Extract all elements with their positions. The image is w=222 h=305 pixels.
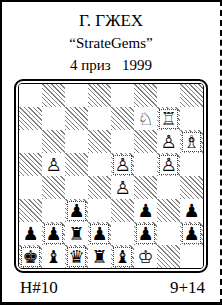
piece-black-queen-c1: ♛ [67,247,86,267]
piece-white-pawn-e4: ♙ [114,179,130,197]
square-c1: ♛ [65,245,88,268]
problem-footer: H#10 9+14 [2,273,220,298]
piece-black-pawn-f2: ♟ [136,224,155,244]
square-f2: ♟ [134,222,157,245]
piece-white-pawn-g5: ♙ [159,155,178,175]
square-c6 [65,130,88,153]
square-d6 [88,130,111,153]
piece-white-bishop-h6: ♗ [182,132,201,152]
square-a8 [19,84,42,107]
piece-white-pawn-g6: ♙ [160,133,176,151]
square-a5 [19,153,42,176]
square-f1: ♔ [134,245,157,268]
square-b1: ♝ [42,245,65,268]
piece-black-pawn-d2: ♟ [90,224,109,244]
square-e1: ♝ [111,245,134,268]
piece-white-king-f1: ♔ [137,248,153,266]
piece-black-rook-c2: ♜ [68,225,84,243]
stipulation: H#10 [20,278,58,298]
chess-board: ♘♖♙♗♙♙♙♙♟♟♟♟♟♜♟♟♟♚♝♛♜♝♔ [19,84,203,268]
square-g8 [157,84,180,107]
square-f5 [134,153,157,176]
square-a2: ♟ [19,222,42,245]
square-h1 [180,245,203,268]
square-h6: ♗ [180,130,203,153]
square-d1: ♜ [88,245,111,268]
square-a3 [19,199,42,222]
square-c7 [65,107,88,130]
square-h7 [180,107,203,130]
square-d2: ♟ [88,222,111,245]
material-count: 9+14 [170,278,205,298]
square-b2: ♟ [42,222,65,245]
square-e3 [111,199,134,222]
square-b3 [42,199,65,222]
square-b4 [42,176,65,199]
square-d4 [88,176,111,199]
square-b8 [42,84,65,107]
square-e2 [111,222,134,245]
square-g6: ♙ [157,130,180,153]
square-h4 [180,176,203,199]
square-b5: ♙ [42,153,65,176]
square-h2: ♟ [180,222,203,245]
square-g1 [157,245,180,268]
square-a6 [19,130,42,153]
piece-white-rook-g7: ♖ [159,109,178,129]
square-e6 [111,130,134,153]
square-b6 [42,130,65,153]
piece-white-pawn-e5: ♙ [113,155,132,175]
piece-black-bishop-e1: ♝ [113,247,132,267]
square-d7 [88,107,111,130]
square-d5 [88,153,111,176]
source-title: “StrateGems” [2,32,220,54]
square-f4 [134,176,157,199]
piece-black-king-a1: ♚ [21,247,40,267]
square-g3 [157,199,180,222]
piece-black-pawn-h2: ♟ [182,224,201,244]
author-name: Г. ГЖЕХ [2,9,220,32]
piece-black-bishop-b1: ♝ [45,248,61,266]
square-e4: ♙ [111,176,134,199]
problem-card: Г. ГЖЕХ “StrateGems” 4 приз 1999 ♘♖♙♗♙♙♙… [0,0,222,305]
piece-black-rook-d1: ♜ [91,248,107,266]
piece-black-pawn-h3: ♟ [183,202,199,220]
square-c4 [65,176,88,199]
square-c8 [65,84,88,107]
award-year: 4 приз 1999 [2,54,220,76]
square-f6 [134,130,157,153]
square-d8 [88,84,111,107]
square-h8 [180,84,203,107]
piece-black-pawn-f3: ♟ [137,202,153,220]
piece-white-pawn-b5: ♙ [45,156,61,174]
square-h5 [180,153,203,176]
square-a7 [19,107,42,130]
piece-black-pawn-a2: ♟ [22,225,38,243]
square-g4 [157,176,180,199]
square-g7: ♖ [157,107,180,130]
square-g2 [157,222,180,245]
square-f7: ♘ [134,107,157,130]
square-c2: ♜ [65,222,88,245]
square-f8 [134,84,157,107]
chess-board-frame: ♘♖♙♗♙♙♙♙♟♟♟♟♟♜♟♟♟♚♝♛♜♝♔ [14,79,208,273]
square-f3: ♟ [134,199,157,222]
square-a1: ♚ [19,245,42,268]
square-h3: ♟ [180,199,203,222]
square-g5: ♙ [157,153,180,176]
square-a4 [19,176,42,199]
piece-black-pawn-c3: ♟ [67,201,86,221]
square-d3 [88,199,111,222]
square-e8 [111,84,134,107]
problem-header: Г. ГЖЕХ “StrateGems” 4 приз 1999 [2,2,220,76]
chess-board-border: ♘♖♙♗♙♙♙♙♟♟♟♟♟♜♟♟♟♚♝♛♜♝♔ [18,83,204,269]
square-e7 [111,107,134,130]
square-c3: ♟ [65,199,88,222]
square-e5: ♙ [111,153,134,176]
square-c5 [65,153,88,176]
piece-black-pawn-b2: ♟ [44,224,63,244]
square-b7 [42,107,65,130]
piece-white-knight-f7: ♘ [137,110,153,128]
